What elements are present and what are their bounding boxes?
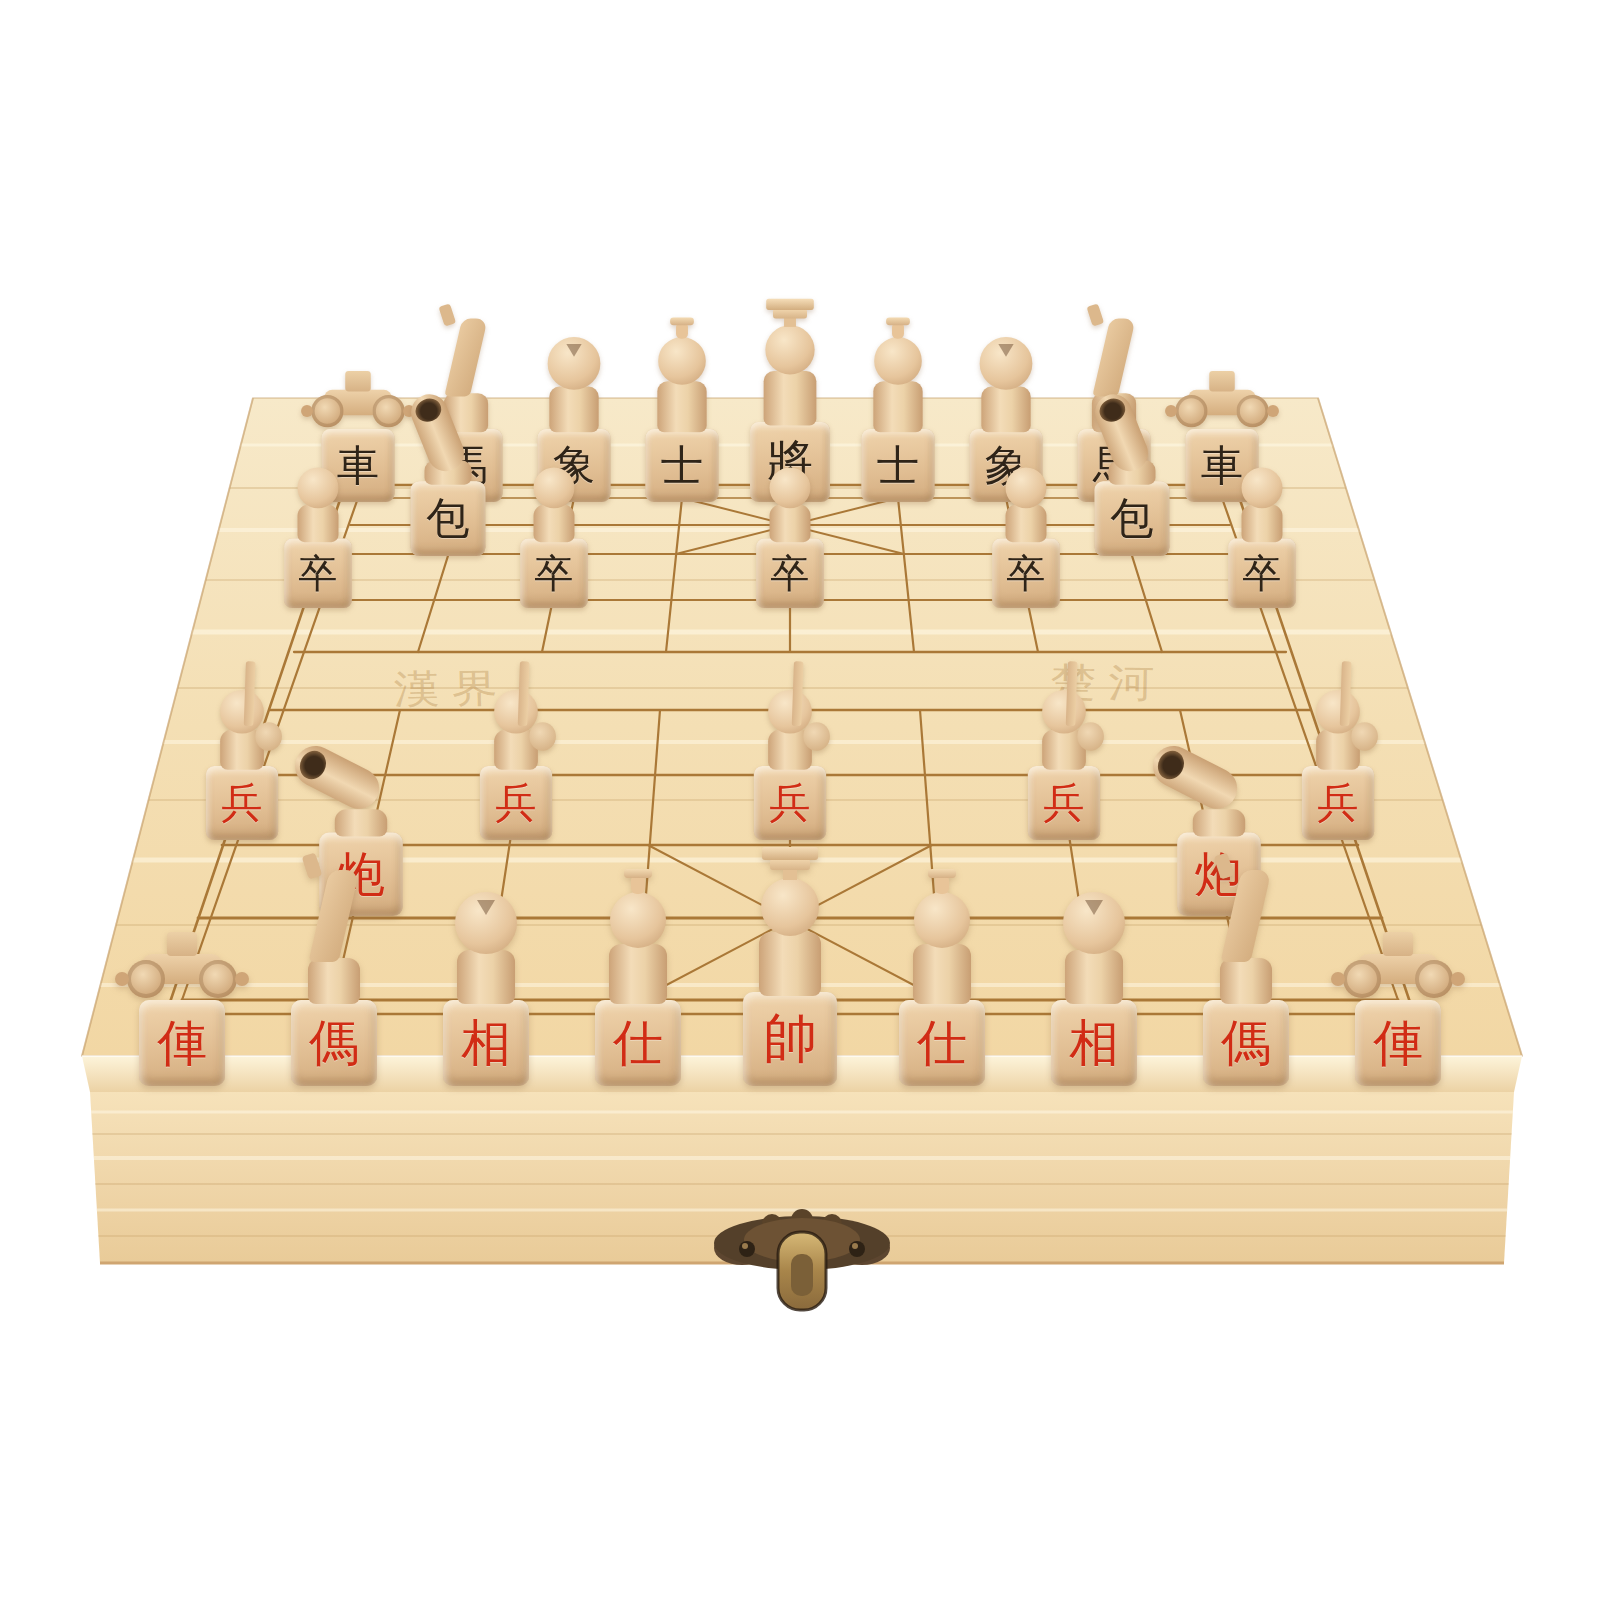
piece-head: [610, 892, 666, 948]
piece-disc: [255, 722, 282, 751]
piece-red-elephant[interactable]: 相: [411, 816, 561, 1086]
piece-neck: [1220, 870, 1271, 962]
piece-black-soldier[interactable]: 卒: [959, 443, 1093, 608]
piece-character: 士: [877, 444, 920, 487]
piece-barrel: [406, 389, 470, 477]
piece-vasecap: [670, 318, 694, 326]
piece-ear: [1214, 852, 1235, 879]
piece-red-advisor[interactable]: 仕: [867, 801, 1017, 1086]
piece-base: 帥: [743, 992, 837, 1086]
piece-red-chariot[interactable]: 俥: [1323, 861, 1473, 1086]
piece-base: 仕: [899, 1000, 985, 1086]
piece-head: [658, 337, 706, 385]
piece-vasecap: [886, 318, 910, 326]
piece-hattop: [766, 299, 814, 310]
piece-character: 帥: [763, 1012, 817, 1066]
piece-axleR: [235, 972, 249, 986]
piece-vasecap: [928, 869, 956, 878]
piece-head: [1063, 892, 1125, 954]
piece-base: 卒: [992, 539, 1060, 608]
piece-character: 俥: [157, 1018, 207, 1068]
piece-head: [980, 337, 1033, 390]
piece-character: 包: [1110, 497, 1154, 540]
piece-base: 士: [861, 429, 934, 502]
product-photo-scene: 漢界 楚河: [0, 0, 1600, 1600]
piece-character: 卒: [770, 554, 809, 593]
piece-base: 相: [443, 1000, 529, 1086]
piece-axleL: [115, 972, 129, 986]
piece-vase: [892, 324, 904, 338]
piece-head: [874, 337, 922, 385]
piece-character: 仕: [613, 1018, 663, 1068]
piece-base: 相: [1051, 1000, 1137, 1086]
piece-wheelL: [127, 960, 165, 998]
piece-base: 包: [1095, 481, 1170, 556]
piece-neck: [308, 870, 359, 962]
piece-hatmid: [770, 859, 810, 870]
piece-axleR: [1451, 972, 1465, 986]
piece-body: [1242, 505, 1283, 542]
piece-head: [761, 878, 819, 936]
piece-character: 包: [426, 497, 470, 540]
piece-base: 俥: [139, 1000, 225, 1086]
piece-barrel: [1090, 389, 1154, 477]
piece-ear: [438, 303, 456, 326]
piece-cartblock: [1383, 932, 1413, 956]
piece-base: 士: [645, 429, 718, 502]
piece-red-chariot[interactable]: 俥: [107, 861, 257, 1086]
piece-wheelL: [311, 395, 343, 427]
piece-body: [549, 386, 598, 432]
piece-cartblock: [345, 371, 371, 391]
piece-axleL: [301, 405, 313, 417]
piece-hatmid: [773, 309, 807, 318]
piece-body: [657, 381, 706, 432]
piece-body: [609, 944, 667, 1004]
piece-red-king[interactable]: 帥: [715, 786, 865, 1086]
piece-head: [770, 467, 811, 508]
piece-body: [298, 505, 339, 542]
piece-vasecap: [624, 869, 652, 878]
piece-ear: [1086, 303, 1104, 326]
piece-base: 傌: [1203, 1000, 1289, 1086]
piece-barrel: [1146, 739, 1244, 816]
piece-character: 士: [661, 444, 704, 487]
piece-head: [1242, 467, 1283, 508]
piece-character: 仕: [917, 1018, 967, 1068]
piece-base: 卒: [284, 539, 352, 608]
piece-black-soldier[interactable]: 卒: [723, 443, 857, 608]
piece-axleR: [1267, 405, 1279, 417]
piece-head: [765, 325, 814, 374]
piece-disc: [1077, 722, 1104, 751]
piece-black-soldier[interactable]: 卒: [487, 443, 621, 608]
piece-base: 卒: [520, 539, 588, 608]
piece-wheelR: [199, 960, 237, 998]
piece-wheelR: [1415, 960, 1453, 998]
piece-disc: [1351, 722, 1378, 751]
piece-character: 卒: [1242, 554, 1281, 593]
piece-cartblock: [167, 932, 197, 956]
piece-vase: [631, 877, 645, 894]
piece-base: 卒: [756, 539, 824, 608]
piece-body: [759, 932, 821, 996]
piece-body: [873, 381, 922, 432]
piece-disc: [803, 722, 830, 751]
piece-hattop: [762, 847, 818, 860]
piece-base: 俥: [1355, 1000, 1441, 1086]
piece-character: 卒: [298, 554, 337, 593]
piece-body: [1006, 505, 1047, 542]
piece-head: [914, 892, 970, 948]
piece-head: [1006, 467, 1047, 508]
piece-red-horse[interactable]: 傌: [259, 826, 409, 1086]
piece-character: 相: [461, 1018, 511, 1068]
piece-barrel: [288, 739, 386, 816]
piece-vase: [935, 877, 949, 894]
piece-body: [981, 386, 1030, 432]
piece-head: [534, 467, 575, 508]
piece-black-soldier[interactable]: 卒: [1195, 443, 1329, 608]
piece-black-soldier[interactable]: 卒: [251, 443, 385, 608]
piece-character: 卒: [1006, 554, 1045, 593]
piece-cartblock: [1209, 371, 1235, 391]
piece-character: 相: [1069, 1018, 1119, 1068]
piece-base: 卒: [1228, 539, 1296, 608]
piece-body: [770, 505, 811, 542]
piece-vase: [676, 324, 688, 338]
piece-base: 仕: [595, 1000, 681, 1086]
piece-body: [457, 950, 515, 1004]
piece-character: 卒: [534, 554, 573, 593]
piece-body: [764, 371, 817, 425]
piece-body: [308, 958, 360, 1004]
piece-character: 兵: [221, 782, 263, 824]
piece-head: [298, 467, 339, 508]
piece-character: 傌: [1221, 1018, 1271, 1068]
piece-body: [1220, 958, 1272, 1004]
piece-character: 兵: [1317, 782, 1359, 824]
piece-axleL: [1331, 972, 1345, 986]
piece-character: 傌: [309, 1018, 359, 1068]
piece-wheelL: [1343, 960, 1381, 998]
piece-base: 傌: [291, 1000, 377, 1086]
piece-body: [534, 505, 575, 542]
piece-red-advisor[interactable]: 仕: [563, 801, 713, 1086]
piece-disc: [529, 722, 556, 751]
piece-character: 俥: [1373, 1018, 1423, 1068]
piece-red-elephant[interactable]: 相: [1019, 816, 1169, 1086]
piece-base: 包: [411, 481, 486, 556]
piece-ear: [302, 852, 323, 879]
piece-head: [455, 892, 517, 954]
piece-red-horse[interactable]: 傌: [1171, 826, 1321, 1086]
piece-body: [1065, 950, 1123, 1004]
pieces-layer: 車馬象士將士象馬車包包卒卒卒卒卒兵兵兵兵兵炮炮俥傌相仕帥仕相傌俥: [0, 0, 1600, 1600]
piece-wheelR: [1236, 395, 1268, 427]
piece-head: [548, 337, 601, 390]
piece-body: [913, 944, 971, 1004]
